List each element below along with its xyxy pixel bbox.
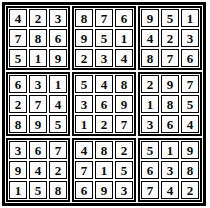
box-6: 297185364: [138, 72, 202, 136]
cell-r3c4[interactable]: 2: [75, 49, 93, 67]
cell-r1c9[interactable]: 1: [181, 9, 199, 27]
box-4: 631274895: [6, 72, 70, 136]
cell-r2c4[interactable]: 9: [75, 29, 93, 47]
cell-r5c8[interactable]: 8: [161, 95, 179, 113]
box-5: 548369127: [72, 72, 136, 136]
cell-r9c7[interactable]: 7: [141, 181, 159, 199]
cell-r9c2[interactable]: 5: [29, 181, 47, 199]
cell-r6c7[interactable]: 3: [141, 115, 159, 133]
cell-r6c5[interactable]: 2: [95, 115, 113, 133]
cell-r8c8[interactable]: 3: [161, 161, 179, 179]
cell-r8c2[interactable]: 4: [29, 161, 47, 179]
cell-r5c7[interactable]: 1: [141, 95, 159, 113]
cell-r1c6[interactable]: 6: [115, 9, 133, 27]
cell-r5c2[interactable]: 7: [29, 95, 47, 113]
cell-r9c3[interactable]: 8: [49, 181, 67, 199]
cell-r5c4[interactable]: 3: [75, 95, 93, 113]
cell-r5c1[interactable]: 2: [9, 95, 27, 113]
cell-r8c3[interactable]: 2: [49, 161, 67, 179]
box-8: 482715693: [72, 138, 136, 202]
cell-r3c2[interactable]: 1: [29, 49, 47, 67]
cell-r7c4[interactable]: 4: [75, 141, 93, 159]
cell-r7c1[interactable]: 3: [9, 141, 27, 159]
cell-r6c6[interactable]: 7: [115, 115, 133, 133]
cell-r8c5[interactable]: 1: [95, 161, 113, 179]
cell-r7c8[interactable]: 1: [161, 141, 179, 159]
cell-r2c2[interactable]: 8: [29, 29, 47, 47]
cell-r6c3[interactable]: 5: [49, 115, 67, 133]
cell-r3c7[interactable]: 8: [141, 49, 159, 67]
cell-r4c9[interactable]: 7: [181, 75, 199, 93]
cell-r2c3[interactable]: 6: [49, 29, 67, 47]
cell-r1c2[interactable]: 2: [29, 9, 47, 27]
cell-r2c1[interactable]: 7: [9, 29, 27, 47]
cell-r2c6[interactable]: 1: [115, 29, 133, 47]
cell-r4c7[interactable]: 2: [141, 75, 159, 93]
cell-r2c8[interactable]: 2: [161, 29, 179, 47]
cell-r4c5[interactable]: 4: [95, 75, 113, 93]
cell-r9c4[interactable]: 6: [75, 181, 93, 199]
cell-r7c5[interactable]: 8: [95, 141, 113, 159]
sudoku-page: 4237865198769512349514238766312748955483…: [0, 0, 210, 208]
sudoku-board: 4237865198769512349514238766312748955483…: [2, 2, 206, 206]
cell-r6c4[interactable]: 1: [75, 115, 93, 133]
cell-r6c9[interactable]: 4: [181, 115, 199, 133]
cell-r8c9[interactable]: 8: [181, 161, 199, 179]
cell-r1c7[interactable]: 9: [141, 9, 159, 27]
cell-r9c6[interactable]: 3: [115, 181, 133, 199]
cell-r5c5[interactable]: 6: [95, 95, 113, 113]
cell-r1c5[interactable]: 7: [95, 9, 113, 27]
cell-r6c2[interactable]: 9: [29, 115, 47, 133]
cell-r3c8[interactable]: 7: [161, 49, 179, 67]
cell-r4c2[interactable]: 3: [29, 75, 47, 93]
cell-r8c6[interactable]: 5: [115, 161, 133, 179]
cell-r3c6[interactable]: 4: [115, 49, 133, 67]
cell-r6c1[interactable]: 8: [9, 115, 27, 133]
cell-r7c7[interactable]: 5: [141, 141, 159, 159]
cell-r7c6[interactable]: 2: [115, 141, 133, 159]
cell-r4c8[interactable]: 9: [161, 75, 179, 93]
cell-r9c5[interactable]: 9: [95, 181, 113, 199]
box-9: 519638742: [138, 138, 202, 202]
cell-r9c1[interactable]: 1: [9, 181, 27, 199]
cell-r3c1[interactable]: 5: [9, 49, 27, 67]
cell-r7c2[interactable]: 6: [29, 141, 47, 159]
box-7: 367942158: [6, 138, 70, 202]
cell-r2c9[interactable]: 3: [181, 29, 199, 47]
cell-r2c5[interactable]: 5: [95, 29, 113, 47]
box-1: 423786519: [6, 6, 70, 70]
cell-r5c6[interactable]: 9: [115, 95, 133, 113]
cell-r4c3[interactable]: 1: [49, 75, 67, 93]
cell-r4c6[interactable]: 8: [115, 75, 133, 93]
cell-r4c4[interactable]: 5: [75, 75, 93, 93]
cell-r7c9[interactable]: 9: [181, 141, 199, 159]
cell-r8c1[interactable]: 9: [9, 161, 27, 179]
cell-r6c8[interactable]: 6: [161, 115, 179, 133]
cell-r5c9[interactable]: 5: [181, 95, 199, 113]
cell-r3c3[interactable]: 9: [49, 49, 67, 67]
cell-r1c3[interactable]: 3: [49, 9, 67, 27]
cell-r7c3[interactable]: 7: [49, 141, 67, 159]
box-3: 951423876: [138, 6, 202, 70]
cell-r1c1[interactable]: 4: [9, 9, 27, 27]
cell-r2c7[interactable]: 4: [141, 29, 159, 47]
cell-r1c4[interactable]: 8: [75, 9, 93, 27]
cell-r8c4[interactable]: 7: [75, 161, 93, 179]
cell-r9c8[interactable]: 4: [161, 181, 179, 199]
cell-r3c9[interactable]: 6: [181, 49, 199, 67]
cell-r3c5[interactable]: 3: [95, 49, 113, 67]
cell-r9c9[interactable]: 2: [181, 181, 199, 199]
cell-r8c7[interactable]: 6: [141, 161, 159, 179]
cell-r5c3[interactable]: 4: [49, 95, 67, 113]
box-2: 876951234: [72, 6, 136, 70]
cell-r1c8[interactable]: 5: [161, 9, 179, 27]
cell-r4c1[interactable]: 6: [9, 75, 27, 93]
